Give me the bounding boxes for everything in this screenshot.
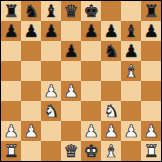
square-g6[interactable]: ♟ [121, 41, 141, 61]
square-e6[interactable] [81, 41, 101, 61]
square-d4[interactable]: ♟ [61, 81, 81, 101]
white-pawn-icon-d4: ♟ [63, 81, 78, 101]
square-e2[interactable]: ♟ [81, 121, 101, 141]
square-g2[interactable]: ♟ [121, 121, 141, 141]
square-g7[interactable]: ♝ [121, 21, 141, 41]
square-f6[interactable]: ♞ [101, 41, 121, 61]
square-h7[interactable]: ♟ [141, 21, 161, 41]
black-pawn-icon-g6: ♟ [123, 41, 138, 61]
black-knight-icon-f6: ♞ [103, 41, 118, 61]
black-pawn-icon-b7: ♟ [23, 21, 38, 41]
square-a2[interactable]: ♟ [1, 121, 21, 141]
black-bishop-icon-g7: ♝ [123, 21, 138, 41]
square-c8[interactable]: ♝ [41, 1, 61, 21]
square-b8[interactable]: ♞ [21, 1, 41, 21]
square-h6[interactable] [141, 41, 161, 61]
black-king-icon-e8: ♚ [83, 1, 98, 21]
black-pawn-icon-h7: ♟ [143, 21, 158, 41]
white-queen-icon-d1: ♛ [63, 141, 78, 161]
square-h3[interactable] [141, 101, 161, 121]
white-rook-icon-h1: ♜ [143, 141, 158, 161]
white-pawn-icon-c4: ♟ [43, 81, 58, 101]
square-e7[interactable]: ♟ [81, 21, 101, 41]
black-rook-icon-h8: ♜ [143, 1, 158, 21]
square-b7[interactable]: ♟ [21, 21, 41, 41]
square-e5[interactable] [81, 61, 101, 81]
square-g3[interactable] [121, 101, 141, 121]
square-d8[interactable]: ♛ [61, 1, 81, 21]
square-a4[interactable] [1, 81, 21, 101]
chess-board-container: ♜♞♝♛♚♜♟♟♟♟♟♝♟♟♞♟♝♟♟♞♞♟♟♟♟♟♟♜♛♚♝♜ [0, 0, 162, 162]
square-e4[interactable] [81, 81, 101, 101]
black-knight-icon-b8: ♞ [23, 1, 38, 21]
square-d5[interactable] [61, 61, 81, 81]
white-pawn-icon-b2: ♟ [23, 121, 38, 141]
square-a7[interactable]: ♟ [1, 21, 21, 41]
white-rook-icon-a1: ♜ [3, 141, 18, 161]
black-bishop-icon-c8: ♝ [43, 1, 58, 21]
square-h5[interactable] [141, 61, 161, 81]
square-g8[interactable] [121, 1, 141, 21]
black-pawn-icon-e7: ♟ [83, 21, 98, 41]
square-f2[interactable]: ♟ [101, 121, 121, 141]
square-c4[interactable]: ♟ [41, 81, 61, 101]
white-bishop-icon-f1: ♝ [103, 141, 118, 161]
white-pawn-icon-h2: ♟ [143, 121, 158, 141]
square-b5[interactable] [21, 61, 41, 81]
square-c2[interactable] [41, 121, 61, 141]
white-knight-icon-c3: ♞ [43, 101, 58, 121]
square-b4[interactable] [21, 81, 41, 101]
square-b3[interactable] [21, 101, 41, 121]
square-a5[interactable] [1, 61, 21, 81]
square-d2[interactable] [61, 121, 81, 141]
square-d1[interactable]: ♛ [61, 141, 81, 161]
square-a3[interactable] [1, 101, 21, 121]
square-c1[interactable] [41, 141, 61, 161]
square-d3[interactable] [61, 101, 81, 121]
white-pawn-icon-e2: ♟ [83, 121, 98, 141]
black-pawn-icon-d6: ♟ [63, 41, 78, 61]
square-h4[interactable] [141, 81, 161, 101]
square-f5[interactable] [101, 61, 121, 81]
square-c5[interactable] [41, 61, 61, 81]
black-pawn-icon-c7: ♟ [43, 21, 58, 41]
white-king-icon-e1: ♚ [83, 141, 98, 161]
square-h2[interactable]: ♟ [141, 121, 161, 141]
square-b1[interactable] [21, 141, 41, 161]
square-c6[interactable] [41, 41, 61, 61]
square-g1[interactable] [121, 141, 141, 161]
square-e3[interactable] [81, 101, 101, 121]
white-pawn-icon-a2: ♟ [3, 121, 18, 141]
square-a8[interactable]: ♜ [1, 1, 21, 21]
black-pawn-icon-a7: ♟ [3, 21, 18, 41]
square-e1[interactable]: ♚ [81, 141, 101, 161]
square-f4[interactable] [101, 81, 121, 101]
white-knight-icon-f3: ♞ [103, 101, 118, 121]
square-f7[interactable]: ♟ [101, 21, 121, 41]
square-a1[interactable]: ♜ [1, 141, 21, 161]
square-h8[interactable]: ♜ [141, 1, 161, 21]
white-bishop-icon-g5: ♝ [123, 61, 138, 81]
square-e8[interactable]: ♚ [81, 1, 101, 21]
square-f1[interactable]: ♝ [101, 141, 121, 161]
square-c7[interactable]: ♟ [41, 21, 61, 41]
chess-board: ♜♞♝♛♚♜♟♟♟♟♟♝♟♟♞♟♝♟♟♞♞♟♟♟♟♟♟♜♛♚♝♜ [0, 0, 162, 162]
square-d7[interactable] [61, 21, 81, 41]
square-d6[interactable]: ♟ [61, 41, 81, 61]
square-g5[interactable]: ♝ [121, 61, 141, 81]
black-queen-icon-d8: ♛ [63, 1, 78, 21]
white-pawn-icon-f2: ♟ [103, 121, 118, 141]
square-c3[interactable]: ♞ [41, 101, 61, 121]
black-pawn-icon-f7: ♟ [103, 21, 118, 41]
square-a6[interactable] [1, 41, 21, 61]
square-h1[interactable]: ♜ [141, 141, 161, 161]
square-b6[interactable] [21, 41, 41, 61]
black-rook-icon-a8: ♜ [3, 1, 18, 21]
square-b2[interactable]: ♟ [21, 121, 41, 141]
square-f3[interactable]: ♞ [101, 101, 121, 121]
square-g4[interactable] [121, 81, 141, 101]
white-pawn-icon-g2: ♟ [123, 121, 138, 141]
square-f8[interactable] [101, 1, 121, 21]
